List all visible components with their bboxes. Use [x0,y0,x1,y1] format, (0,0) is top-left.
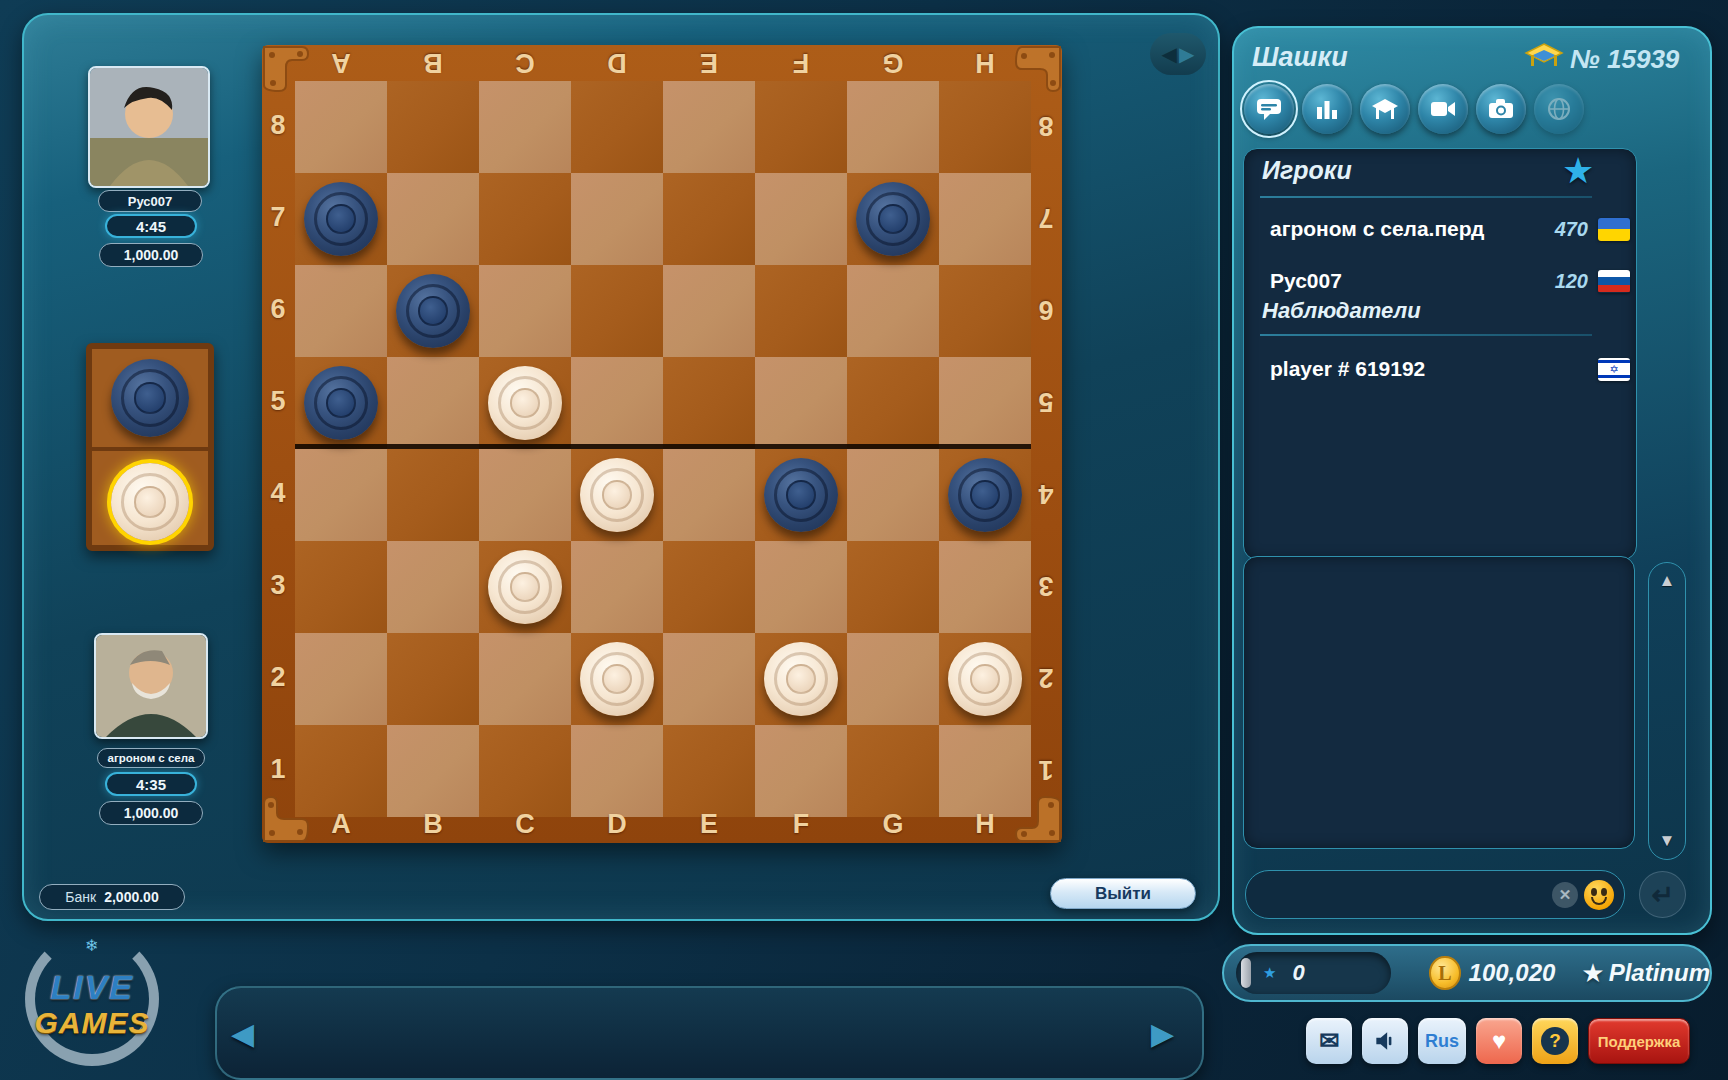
tray-light-piece-selected [111,463,189,541]
square-e7[interactable] [663,173,755,265]
tier-star-icon: ★ [1581,958,1604,989]
chevron-right-icon: ▶ [1179,42,1194,66]
taskbar: ◀ ▶ [215,986,1204,1080]
observers-divider [1260,334,1592,336]
square-a2[interactable] [295,633,387,725]
player-name: Рус007 [1270,269,1555,293]
coord-label-1: 1 [258,754,298,785]
square-f3[interactable] [755,541,847,633]
bank-pill: Банк 2,000.00 [39,884,185,910]
table-icon [1524,42,1564,72]
coord-label-8: 8 [258,110,298,141]
coord-label-H: H [965,809,1005,840]
player-bottom-timer: 4:35 [105,772,197,796]
player-row[interactable]: Рус007120 [1270,264,1630,298]
chat-input[interactable]: ✕ [1245,870,1625,919]
square-c1[interactable] [479,725,571,817]
dark-checker-g7[interactable] [856,182,930,256]
white-checker-h2[interactable] [948,642,1022,716]
square-c4[interactable] [479,449,571,541]
square-a4[interactable] [295,449,387,541]
square-g8[interactable] [847,81,939,173]
dark-checker-a5[interactable] [304,366,378,440]
white-checker-d4[interactable] [580,458,654,532]
star-icon: ★ [1263,964,1276,982]
player-top-timer: 4:45 [105,214,197,238]
player-bottom-money: 1,000.00 [99,801,203,825]
square-h7[interactable] [939,173,1031,265]
coins-amount: 100,020 [1469,959,1556,987]
coord-label-E: E [689,809,729,840]
mail-icon: ✉ [1319,1027,1339,1055]
coord-label-C: C [505,47,545,78]
player-row[interactable]: агроном с села.перд470 [1270,212,1630,246]
board-corner-ornament [1004,785,1062,843]
square-a3[interactable] [295,541,387,633]
square-d6[interactable] [571,265,663,357]
help-button[interactable]: ? [1532,1018,1578,1064]
flag-ua-icon [1598,218,1630,241]
status-bar: ★ 0 L 100,020 ★ Platinum [1222,944,1712,1002]
player-top-money: 1,000.00 [99,243,203,267]
chat-tool-icon[interactable] [1244,84,1294,134]
coord-label-G: G [873,809,913,840]
chat-scrollbar[interactable]: ▲ ▼ [1648,562,1686,860]
square-e4[interactable] [663,449,755,541]
square-e2[interactable] [663,633,755,725]
square-g1[interactable] [847,725,939,817]
coord-label-1: 1 [1026,754,1066,785]
flag-ru-icon [1598,270,1630,293]
coord-label-4: 4 [258,478,298,509]
coord-label-D: D [597,809,637,840]
white-checker-d2[interactable] [580,642,654,716]
player-rating: 120 [1555,270,1588,293]
coord-label-F: F [781,47,821,78]
white-checker-f2[interactable] [764,642,838,716]
square-g3[interactable] [847,541,939,633]
square-c7[interactable] [479,173,571,265]
observer-name: player # 619192 [1270,357,1598,381]
coord-label-G: G [873,47,913,78]
square-h3[interactable] [939,541,1031,633]
square-b4[interactable] [387,449,479,541]
square-d8[interactable] [571,81,663,173]
table-number: № 15939 [1570,44,1679,75]
chat-send-button[interactable]: ↵ [1639,871,1686,918]
coord-label-B: B [413,809,453,840]
taskbar-right-arrow[interactable]: ▶ [1151,1016,1174,1051]
square-b8[interactable] [387,81,479,173]
square-c6[interactable] [479,265,571,357]
coord-label-A: A [321,47,361,78]
favorites-button[interactable]: ♥ [1476,1018,1522,1064]
square-h5[interactable] [939,357,1031,449]
chat-history[interactable] [1243,556,1635,849]
square-f8[interactable] [755,81,847,173]
support-button[interactable]: Поддержка [1588,1018,1690,1064]
board-middle-divider [295,444,1031,449]
question-icon: ? [1541,1027,1569,1055]
player-bottom-name: агроном с села [97,748,205,768]
square-c2[interactable] [479,633,571,725]
observer-row[interactable]: player # 619192✡ [1270,352,1630,386]
square-f5[interactable] [755,357,847,449]
coord-label-4: 4 [1026,478,1066,509]
coord-label-5: 5 [1026,386,1066,417]
coord-label-6: 6 [258,294,298,325]
coord-label-8: 8 [1026,110,1066,141]
square-d1[interactable] [571,725,663,817]
white-checker-c5[interactable] [488,366,562,440]
square-g4[interactable] [847,449,939,541]
panel-title: Шашки [1252,42,1348,73]
bank-value: 2,000.00 [104,889,159,905]
coord-label-B: B [413,47,453,78]
board-corner-ornament [262,785,320,843]
heart-icon: ♥ [1492,1027,1506,1055]
coord-label-E: E [689,47,729,78]
scroll-up-icon[interactable]: ▲ [1659,571,1676,591]
mail-button[interactable]: ✉ [1306,1018,1352,1064]
camera-tool-icon[interactable] [1476,84,1526,134]
panel-collapse-handle[interactable]: ◀▶ [1150,33,1206,75]
stars-pill: ★ 0 [1236,952,1391,994]
stats-tool-icon[interactable] [1302,84,1352,134]
square-e8[interactable] [663,81,755,173]
square-f7[interactable] [755,173,847,265]
favorite-star-icon[interactable]: ★ [1562,150,1594,192]
square-f1[interactable] [755,725,847,817]
player-rating: 470 [1555,218,1588,241]
coord-label-6: 6 [1026,294,1066,325]
coord-label-A: A [321,809,361,840]
coord-label-3: 3 [258,570,298,601]
square-d3[interactable] [571,541,663,633]
flag-il-icon: ✡ [1598,358,1630,381]
dark-checker-f4[interactable] [764,458,838,532]
tray-dark-piece [111,359,189,437]
sound-button[interactable] [1362,1018,1408,1064]
coord-label-7: 7 [258,202,298,233]
livegames-logo: ❄ LIVE GAMES [17,930,167,1078]
emoji-icon[interactable] [1584,880,1614,910]
chat-clear-icon[interactable]: ✕ [1552,882,1578,908]
coord-label-2: 2 [1026,662,1066,693]
bottom-buttons: ✉ Rus ♥ ? Поддержка [1306,1018,1690,1064]
language-button[interactable]: Rus [1418,1018,1466,1064]
observers-header: Наблюдатели [1262,298,1421,324]
board-corner-ornament [262,45,320,103]
video-tool-icon[interactable] [1418,84,1468,134]
square-c8[interactable] [479,81,571,173]
square-d5[interactable] [571,357,663,449]
coord-label-5: 5 [258,386,298,417]
square-h6[interactable] [939,265,1031,357]
white-checker-c3[interactable] [488,550,562,624]
square-g2[interactable] [847,633,939,725]
tray-divider [92,447,208,451]
avatar-player-top [88,66,210,188]
taskbar-left-arrow[interactable]: ◀ [231,1016,254,1051]
checkers-board: AABBCCDDEEFFGGHH8877665544332211 [262,45,1062,843]
tier-label: Platinum [1609,959,1710,987]
square-g6[interactable] [847,265,939,357]
bank-label: Банк [65,889,96,905]
scroll-down-icon[interactable]: ▼ [1659,831,1676,851]
square-d7[interactable] [571,173,663,265]
board-corner-ornament [1004,45,1062,103]
square-b3[interactable] [387,541,479,633]
square-a6[interactable] [295,265,387,357]
globe-tool-icon[interactable] [1534,84,1584,134]
chevron-left-icon: ◀ [1162,42,1177,66]
table-tool-icon[interactable] [1360,84,1410,134]
square-f6[interactable] [755,265,847,357]
dark-checker-h4[interactable] [948,458,1022,532]
square-e6[interactable] [663,265,755,357]
square-g5[interactable] [847,357,939,449]
coin-icon: L [1429,956,1460,990]
coord-label-2: 2 [258,662,298,693]
board-grid[interactable] [295,81,1031,817]
avatar-player-bottom [94,633,208,739]
player-name: агроном с села.перд [1270,217,1555,241]
coord-label-C: C [505,809,545,840]
coord-label-D: D [597,47,637,78]
logo-line1: LIVE [17,968,167,1007]
panel-toolbar [1244,84,1584,134]
dark-checker-a7[interactable] [304,182,378,256]
coord-label-3: 3 [1026,570,1066,601]
coord-label-F: F [781,809,821,840]
square-b1[interactable] [387,725,479,817]
dark-checker-b6[interactable] [396,274,470,348]
coord-label-H: H [965,47,1005,78]
players-header: Игроки [1262,156,1352,185]
logo-line2: GAMES [17,1006,167,1040]
square-e1[interactable] [663,725,755,817]
piece-color-tray [86,343,214,551]
snowflake-icon: ❄ [85,936,98,955]
square-b2[interactable] [387,633,479,725]
speaker-icon [1372,1028,1398,1054]
square-e5[interactable] [663,357,755,449]
square-e3[interactable] [663,541,755,633]
coord-label-7: 7 [1026,202,1066,233]
square-b7[interactable] [387,173,479,265]
stars-grip [1241,958,1251,988]
exit-button[interactable]: Выйти [1050,878,1196,909]
player-top-name: Рус007 [98,190,202,212]
square-b5[interactable] [387,357,479,449]
players-divider [1260,196,1592,198]
stars-count: 0 [1292,960,1304,986]
